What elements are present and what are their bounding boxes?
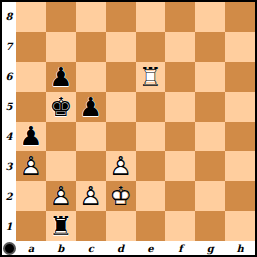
rank-label-6: 6: [2, 62, 16, 92]
rank-label-3: 3: [2, 151, 16, 181]
square-b8[interactable]: [46, 2, 76, 32]
square-a4[interactable]: ♟: [16, 122, 46, 152]
diagram-inner: 87654321 ♟♜♖♚♟♟♟♙♟♙♟♙♟♙♚♔♜ abcdefgh: [2, 2, 255, 255]
square-e4[interactable]: [136, 122, 166, 152]
black-king-b5: ♚: [46, 92, 76, 122]
rank-label-1: 1: [2, 211, 16, 241]
square-b5[interactable]: ♚: [46, 92, 76, 122]
square-f2[interactable]: [165, 181, 195, 211]
rank-label-2: 2: [2, 181, 16, 211]
square-c8[interactable]: [76, 2, 106, 32]
square-d5[interactable]: [106, 92, 136, 122]
file-label-a: a: [16, 241, 46, 255]
square-c1[interactable]: [76, 211, 106, 241]
square-a2[interactable]: [16, 181, 46, 211]
square-d8[interactable]: [106, 2, 136, 32]
square-g5[interactable]: [195, 92, 225, 122]
square-e7[interactable]: [136, 32, 166, 62]
square-g7[interactable]: [195, 32, 225, 62]
square-h6[interactable]: [225, 62, 255, 92]
square-b3[interactable]: [46, 151, 76, 181]
square-d4[interactable]: [106, 122, 136, 152]
file-label-f: f: [165, 241, 195, 255]
file-label-e: e: [136, 241, 166, 255]
square-g8[interactable]: [195, 2, 225, 32]
file-label-h: h: [225, 241, 255, 255]
square-g6[interactable]: [195, 62, 225, 92]
white-pawn-d3: ♟♙: [106, 151, 136, 181]
square-b6[interactable]: ♟: [46, 62, 76, 92]
square-f1[interactable]: [165, 211, 195, 241]
rank-label-8: 8: [2, 2, 16, 32]
square-e2[interactable]: [136, 181, 166, 211]
square-f5[interactable]: [165, 92, 195, 122]
square-c4[interactable]: [76, 122, 106, 152]
square-e8[interactable]: [136, 2, 166, 32]
square-f8[interactable]: [165, 2, 195, 32]
white-rook-e6: ♜♖: [136, 62, 166, 92]
square-g4[interactable]: [195, 122, 225, 152]
rank-label-7: 7: [2, 32, 16, 62]
square-b2[interactable]: ♟♙: [46, 181, 76, 211]
square-h2[interactable]: [225, 181, 255, 211]
square-d6[interactable]: [106, 62, 136, 92]
square-h7[interactable]: [225, 32, 255, 62]
rank-label-4: 4: [2, 122, 16, 152]
square-h5[interactable]: [225, 92, 255, 122]
square-f7[interactable]: [165, 32, 195, 62]
square-f3[interactable]: [165, 151, 195, 181]
square-e3[interactable]: [136, 151, 166, 181]
rank-label-5: 5: [2, 92, 16, 122]
square-a1[interactable]: [16, 211, 46, 241]
square-g2[interactable]: [195, 181, 225, 211]
side-to-move-indicator: [3, 242, 16, 255]
square-c6[interactable]: [76, 62, 106, 92]
square-a8[interactable]: [16, 2, 46, 32]
board: ♟♜♖♚♟♟♟♙♟♙♟♙♟♙♚♔♜: [16, 2, 255, 241]
file-label-d: d: [106, 241, 136, 255]
chess-diagram: 87654321 ♟♜♖♚♟♟♟♙♟♙♟♙♟♙♚♔♜ abcdefgh: [0, 0, 257, 257]
square-a6[interactable]: [16, 62, 46, 92]
square-d1[interactable]: [106, 211, 136, 241]
square-b7[interactable]: [46, 32, 76, 62]
rank-labels: 87654321: [2, 2, 16, 241]
square-h1[interactable]: [225, 211, 255, 241]
black-pawn-a4: ♟: [16, 122, 46, 152]
white-pawn-b2: ♟♙: [46, 181, 76, 211]
square-d2[interactable]: ♚♔: [106, 181, 136, 211]
file-labels: abcdefgh: [16, 241, 255, 255]
white-king-d2: ♚♔: [106, 181, 136, 211]
square-f4[interactable]: [165, 122, 195, 152]
square-a5[interactable]: [16, 92, 46, 122]
square-e5[interactable]: [136, 92, 166, 122]
square-d7[interactable]: [106, 32, 136, 62]
black-pawn-b6: ♟: [46, 62, 76, 92]
file-label-g: g: [195, 241, 225, 255]
square-f6[interactable]: [165, 62, 195, 92]
square-e6[interactable]: ♜♖: [136, 62, 166, 92]
square-c7[interactable]: [76, 32, 106, 62]
square-h4[interactable]: [225, 122, 255, 152]
file-label-c: c: [76, 241, 106, 255]
square-d3[interactable]: ♟♙: [106, 151, 136, 181]
square-b4[interactable]: [46, 122, 76, 152]
square-a3[interactable]: ♟♙: [16, 151, 46, 181]
square-h3[interactable]: [225, 151, 255, 181]
square-g3[interactable]: [195, 151, 225, 181]
square-b1[interactable]: ♜: [46, 211, 76, 241]
square-g1[interactable]: [195, 211, 225, 241]
corner-cell: [2, 241, 16, 255]
white-pawn-c2: ♟♙: [76, 181, 106, 211]
square-c3[interactable]: [76, 151, 106, 181]
square-a7[interactable]: [16, 32, 46, 62]
square-h8[interactable]: [225, 2, 255, 32]
square-c5[interactable]: ♟: [76, 92, 106, 122]
black-pawn-c5: ♟: [76, 92, 106, 122]
black-rook-b1: ♜: [46, 211, 76, 241]
square-c2[interactable]: ♟♙: [76, 181, 106, 211]
file-label-b: b: [46, 241, 76, 255]
white-pawn-a3: ♟♙: [16, 151, 46, 181]
square-e1[interactable]: [136, 211, 166, 241]
